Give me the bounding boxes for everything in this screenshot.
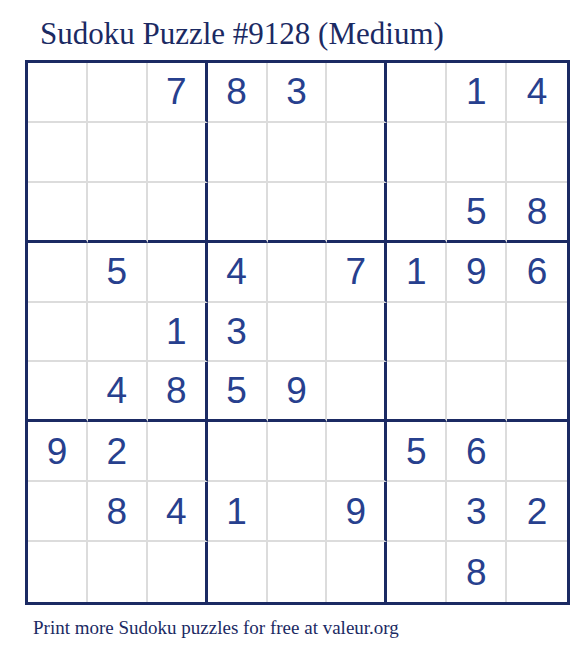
cell-r5c5[interactable] <box>268 303 328 363</box>
cell-r1c2[interactable] <box>88 63 148 123</box>
cell-r8c9: 2 <box>507 482 567 542</box>
cell-r9c5[interactable] <box>268 542 328 602</box>
cell-r4c8: 9 <box>447 243 507 303</box>
cell-r2c2[interactable] <box>88 123 148 183</box>
cell-r1c6[interactable] <box>327 63 387 123</box>
cell-r6c5: 9 <box>268 362 328 422</box>
cell-r5c8[interactable] <box>447 303 507 363</box>
cell-r2c6[interactable] <box>327 123 387 183</box>
cell-r6c7[interactable] <box>387 362 447 422</box>
cell-r8c5[interactable] <box>268 482 328 542</box>
cell-r8c6: 9 <box>327 482 387 542</box>
cell-r7c2: 2 <box>88 422 148 482</box>
cell-r8c7[interactable] <box>387 482 447 542</box>
cell-r1c3: 7 <box>148 63 208 123</box>
cell-r9c9[interactable] <box>507 542 567 602</box>
cell-r2c3[interactable] <box>148 123 208 183</box>
cell-r2c1[interactable] <box>28 123 88 183</box>
cell-r2c5[interactable] <box>268 123 328 183</box>
cell-r7c3[interactable] <box>148 422 208 482</box>
cell-r5c2[interactable] <box>88 303 148 363</box>
cell-r4c2: 5 <box>88 243 148 303</box>
cell-r7c8: 6 <box>447 422 507 482</box>
cell-r3c9: 8 <box>507 183 567 243</box>
cell-r1c4: 8 <box>208 63 268 123</box>
cell-r6c1[interactable] <box>28 362 88 422</box>
cell-r8c4: 1 <box>208 482 268 542</box>
cell-r8c2: 8 <box>88 482 148 542</box>
cell-r4c7: 1 <box>387 243 447 303</box>
cell-r6c4: 5 <box>208 362 268 422</box>
cell-r5c1[interactable] <box>28 303 88 363</box>
cell-r9c3[interactable] <box>148 542 208 602</box>
cell-r7c1: 9 <box>28 422 88 482</box>
cell-r6c6[interactable] <box>327 362 387 422</box>
footer-credit: Print more Sudoku puzzles for free at va… <box>33 617 399 639</box>
cell-r9c6[interactable] <box>327 542 387 602</box>
cell-r6c9[interactable] <box>507 362 567 422</box>
cell-r1c1[interactable] <box>28 63 88 123</box>
cell-r7c7: 5 <box>387 422 447 482</box>
cell-r3c2[interactable] <box>88 183 148 243</box>
cell-r4c9: 6 <box>507 243 567 303</box>
cell-r7c4[interactable] <box>208 422 268 482</box>
cell-r7c6[interactable] <box>327 422 387 482</box>
cell-r1c9: 4 <box>507 63 567 123</box>
cell-r2c9[interactable] <box>507 123 567 183</box>
cell-r7c5[interactable] <box>268 422 328 482</box>
cell-r8c3: 4 <box>148 482 208 542</box>
cell-r5c7[interactable] <box>387 303 447 363</box>
cell-r9c8: 8 <box>447 542 507 602</box>
sudoku-board: 783145854719613485992568419328 <box>25 60 570 605</box>
cell-r3c8: 5 <box>447 183 507 243</box>
cell-r7c9[interactable] <box>507 422 567 482</box>
cell-r2c8[interactable] <box>447 123 507 183</box>
cell-r6c2: 4 <box>88 362 148 422</box>
cell-r3c4[interactable] <box>208 183 268 243</box>
cell-r3c6[interactable] <box>327 183 387 243</box>
cell-r5c6[interactable] <box>327 303 387 363</box>
cell-r6c8[interactable] <box>447 362 507 422</box>
cell-r9c1[interactable] <box>28 542 88 602</box>
cell-r1c5: 3 <box>268 63 328 123</box>
cell-r9c2[interactable] <box>88 542 148 602</box>
cell-r3c3[interactable] <box>148 183 208 243</box>
cell-r5c9[interactable] <box>507 303 567 363</box>
cell-r1c8: 1 <box>447 63 507 123</box>
cell-r2c7[interactable] <box>387 123 447 183</box>
cell-r4c6: 7 <box>327 243 387 303</box>
cell-r8c8: 3 <box>447 482 507 542</box>
cell-r3c7[interactable] <box>387 183 447 243</box>
cell-r9c4[interactable] <box>208 542 268 602</box>
cell-r3c1[interactable] <box>28 183 88 243</box>
cell-r4c3[interactable] <box>148 243 208 303</box>
cell-r2c4[interactable] <box>208 123 268 183</box>
cell-r8c1[interactable] <box>28 482 88 542</box>
cell-r1c7[interactable] <box>387 63 447 123</box>
cell-r9c7[interactable] <box>387 542 447 602</box>
cell-r4c4: 4 <box>208 243 268 303</box>
cell-r4c5[interactable] <box>268 243 328 303</box>
puzzle-title: Sudoku Puzzle #9128 (Medium) <box>40 16 444 52</box>
cell-r4c1[interactable] <box>28 243 88 303</box>
cell-r5c3: 1 <box>148 303 208 363</box>
cell-r5c4: 3 <box>208 303 268 363</box>
cell-r6c3: 8 <box>148 362 208 422</box>
cell-r3c5[interactable] <box>268 183 328 243</box>
